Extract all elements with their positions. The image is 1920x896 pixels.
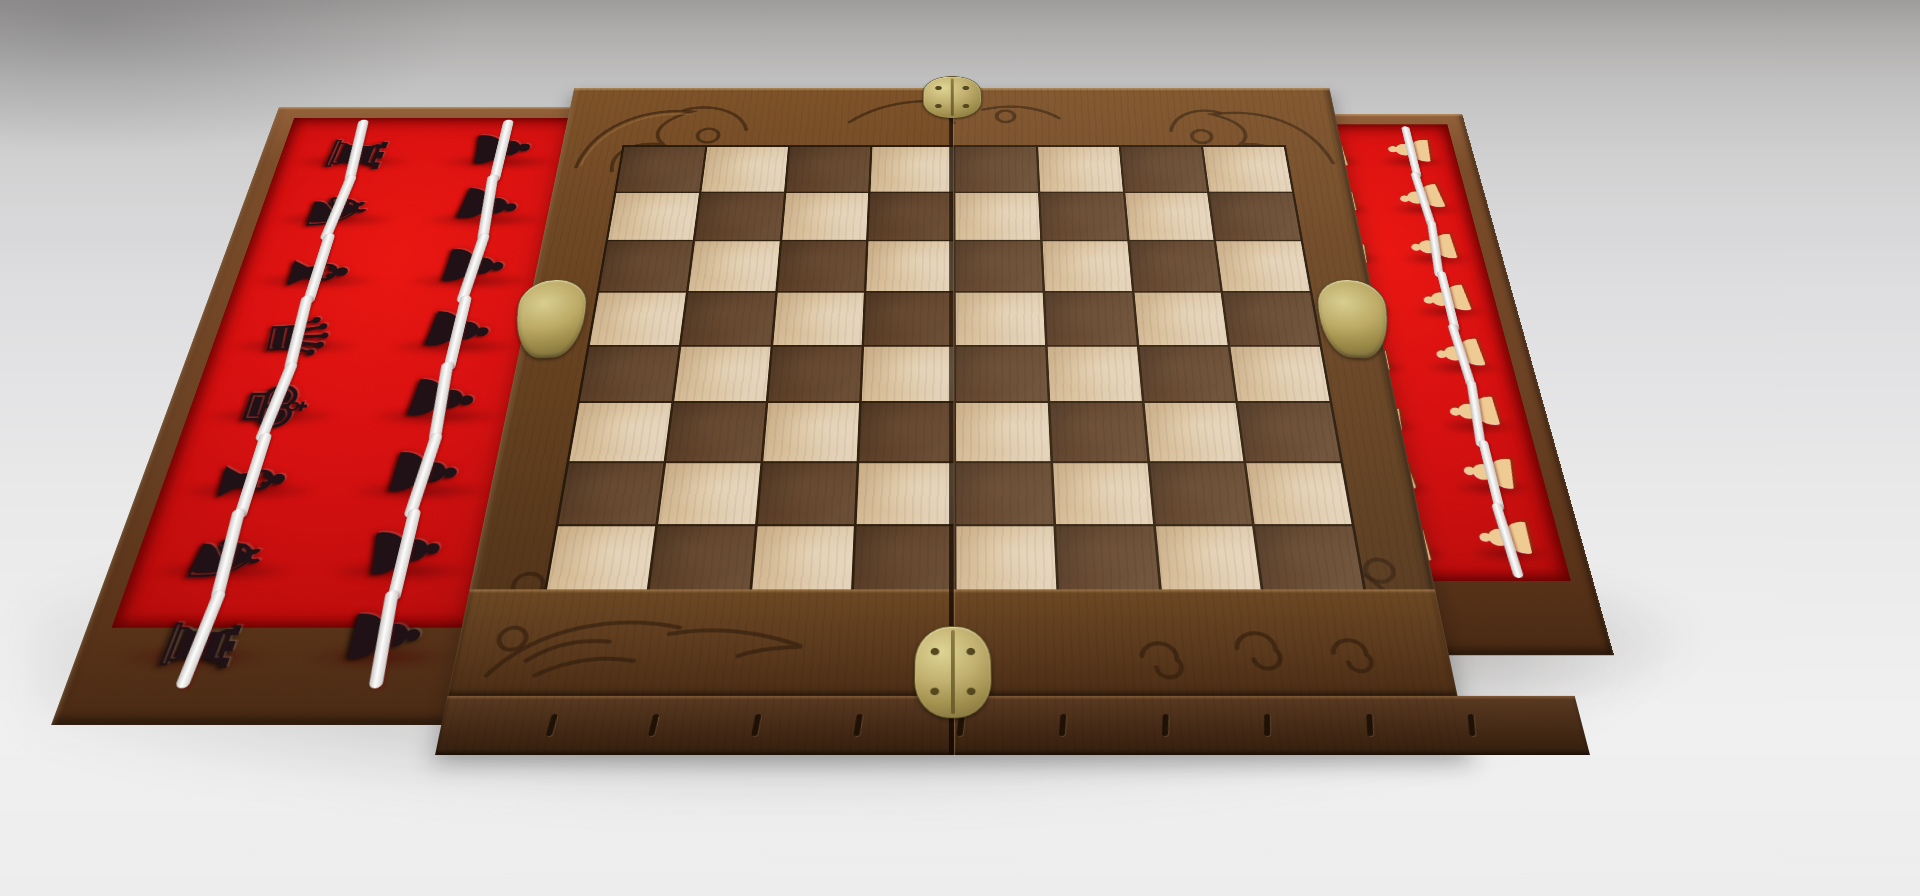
square-r6c1[interactable] [658, 463, 760, 524]
square-r4c5[interactable] [1047, 346, 1141, 401]
piece-slot: ♜ [274, 123, 437, 178]
square-r0c6[interactable] [1121, 147, 1207, 192]
square-r2c4[interactable] [956, 241, 1043, 290]
drawer-notch [1264, 714, 1270, 736]
square-r1c0[interactable] [608, 193, 699, 240]
piece-slot: ♝ [154, 437, 349, 513]
drawer-notch [751, 714, 761, 736]
square-r0c1[interactable] [701, 147, 787, 192]
square-r6c6[interactable] [1150, 463, 1252, 524]
square-r2c1[interactable] [688, 241, 779, 290]
square-r3c2[interactable] [773, 293, 864, 345]
square-r2c5[interactable] [1042, 241, 1131, 290]
drawer-notch [1468, 714, 1476, 736]
square-r1c1[interactable] [695, 193, 784, 240]
square-r2c7[interactable] [1216, 241, 1309, 290]
square-r4c0[interactable] [580, 346, 679, 401]
drawer-notch [1059, 714, 1067, 736]
square-r4c4[interactable] [956, 346, 1048, 401]
drawer-notch [1162, 714, 1169, 736]
piece-slot: ♟ [1384, 223, 1486, 274]
square-r5c2[interactable] [763, 403, 860, 461]
square-r5c6[interactable] [1144, 403, 1243, 461]
square-r3c3[interactable] [864, 293, 953, 345]
square-r0c5[interactable] [1038, 147, 1122, 192]
square-r5c0[interactable] [569, 403, 671, 461]
square-r0c7[interactable] [1203, 147, 1291, 192]
square-r0c3[interactable] [871, 147, 953, 192]
square-r6c3[interactable] [857, 463, 954, 524]
square-r5c5[interactable] [1050, 403, 1147, 461]
square-r4c3[interactable] [862, 346, 953, 401]
square-r4c7[interactable] [1231, 346, 1330, 401]
piece-slot: ♟ [1447, 507, 1567, 574]
square-r0c0[interactable] [617, 147, 705, 192]
square-r3c7[interactable] [1223, 293, 1319, 345]
piece-slot: ♟ [1407, 328, 1516, 384]
carving-clouds-front-icon [1119, 602, 1416, 681]
drawer-notch [546, 714, 558, 736]
square-r1c6[interactable] [1125, 193, 1214, 240]
drawer-notch [1366, 714, 1373, 736]
square-r5c3[interactable] [859, 403, 953, 461]
piece-slot: ♛ [207, 300, 387, 367]
piece-slot: ♚ [182, 366, 369, 437]
piece-slot: ♟ [1373, 175, 1472, 223]
square-r3c4[interactable] [956, 293, 1045, 345]
square-r5c7[interactable] [1238, 403, 1340, 461]
chess-board [543, 145, 1366, 594]
square-r7c0[interactable] [547, 527, 655, 592]
square-r7c1[interactable] [649, 527, 754, 592]
square-r6c2[interactable] [757, 463, 856, 524]
square-r5c1[interactable] [666, 403, 765, 461]
piece-slot: ♟ [421, 123, 579, 178]
square-r7c5[interactable] [1056, 527, 1159, 592]
square-r1c5[interactable] [1040, 193, 1127, 240]
square-r5c4[interactable] [956, 403, 1050, 461]
square-r3c5[interactable] [1045, 293, 1136, 345]
square-r1c4[interactable] [955, 193, 1040, 240]
square-r0c2[interactable] [786, 147, 870, 192]
square-r4c2[interactable] [768, 346, 862, 401]
hinge-bottom-icon [914, 626, 993, 718]
drawer-fronts[interactable] [435, 696, 1590, 755]
hinge-top-icon [923, 76, 982, 118]
square-r4c1[interactable] [674, 346, 770, 401]
square-r7c7[interactable] [1255, 527, 1364, 592]
carving-phoenix-front-icon [468, 594, 918, 693]
table-plane: ♜♟♞♟♝♟♛♟♚♟♝♟♞♟♜♟ ♜♟♞♟♝♟♚♟♛♟♝♟♞♟♜♟ [0, 88, 1920, 755]
square-r0c4[interactable] [955, 147, 1038, 192]
drawer-notch [648, 714, 659, 736]
piece-slot: ♟ [1363, 129, 1460, 175]
photo-backdrop: ♜♟♞♟♝♟♛♟♚♟♝♟♞♟♜♟ ♜♟♞♟♝♟♚♟♛♟♝♟♞♟♜♟ [0, 0, 1920, 896]
piece-slot: ♜ [94, 595, 305, 683]
piece-slot: ♞ [253, 178, 421, 237]
piece-slot: ♞ [125, 514, 327, 596]
square-r1c2[interactable] [782, 193, 868, 240]
square-r2c2[interactable] [777, 241, 866, 290]
piece-slot: ♝ [231, 237, 405, 299]
square-r3c1[interactable] [681, 293, 775, 345]
square-r3c6[interactable] [1134, 293, 1228, 345]
square-r7c2[interactable] [752, 527, 854, 592]
square-r2c0[interactable] [599, 241, 692, 290]
square-r1c3[interactable] [869, 193, 953, 240]
drawer-notch [854, 714, 863, 736]
square-r1c7[interactable] [1210, 193, 1301, 240]
square-r6c4[interactable] [956, 463, 1053, 524]
square-r4c6[interactable] [1139, 346, 1235, 401]
square-r6c7[interactable] [1246, 463, 1351, 524]
square-r6c0[interactable] [558, 463, 663, 524]
square-r7c3[interactable] [854, 527, 954, 592]
square-r2c3[interactable] [867, 241, 954, 290]
square-r6c5[interactable] [1053, 463, 1153, 524]
square-r3c0[interactable] [590, 293, 686, 345]
square-r7c4[interactable] [956, 527, 1056, 592]
chess-box[interactable] [435, 88, 1470, 755]
piece-slot: ♟ [1433, 444, 1549, 507]
square-r2c6[interactable] [1129, 241, 1220, 290]
square-r7c6[interactable] [1156, 527, 1262, 592]
piece-slot: ♟ [1420, 384, 1532, 444]
piece-slot: ♟ [1395, 274, 1500, 327]
